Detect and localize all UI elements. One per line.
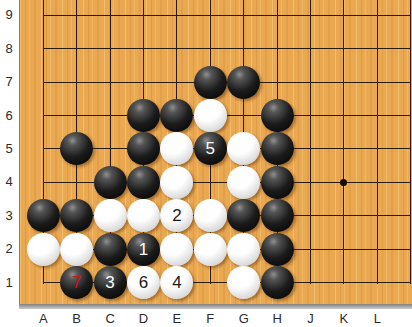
stone-black-F5[interactable]: 5 (194, 132, 227, 165)
stone-white-D1[interactable]: 6 (127, 266, 160, 299)
stone-white-E2[interactable] (160, 233, 193, 266)
stone-black-B3[interactable] (60, 199, 93, 232)
move-number-1: 1 (127, 233, 160, 266)
stone-black-D5[interactable] (127, 132, 160, 165)
stone-black-E6[interactable] (160, 99, 193, 132)
stone-black-D4[interactable] (127, 166, 160, 199)
stone-black-C1[interactable]: 3 (94, 266, 127, 299)
move-number-6: 6 (127, 266, 160, 299)
stone-black-G3[interactable] (227, 199, 260, 232)
stone-white-C3[interactable] (94, 199, 127, 232)
stone-black-G7[interactable] (227, 66, 260, 99)
stone-black-H3[interactable] (261, 199, 294, 232)
stone-white-E1[interactable]: 4 (160, 266, 193, 299)
stone-black-B5[interactable] (60, 132, 93, 165)
move-number-5: 5 (194, 132, 227, 165)
stone-black-H5[interactable] (261, 132, 294, 165)
move-number-2: 2 (160, 199, 193, 232)
stone-black-C4[interactable] (94, 166, 127, 199)
stone-white-D3[interactable] (127, 199, 160, 232)
stone-white-B2[interactable] (60, 233, 93, 266)
stone-black-D2[interactable]: 1 (127, 233, 160, 266)
stone-white-E5[interactable] (160, 132, 193, 165)
stone-black-C2[interactable] (94, 233, 127, 266)
stone-white-E3[interactable]: 2 (160, 199, 193, 232)
stone-white-G5[interactable] (227, 132, 260, 165)
stone-white-G1[interactable] (227, 266, 260, 299)
stone-white-F3[interactable] (194, 199, 227, 232)
move-number-7: 7 (60, 266, 93, 299)
stone-black-A3[interactable] (27, 199, 60, 232)
go-diagram: 987654321ABCDEFGHJKL 5217364 (0, 0, 412, 327)
stone-black-B1[interactable]: 7 (60, 266, 93, 299)
stone-white-F6[interactable] (194, 99, 227, 132)
stone-black-F7[interactable] (194, 66, 227, 99)
move-number-3: 3 (94, 266, 127, 299)
stone-black-H1[interactable] (261, 266, 294, 299)
stone-black-H6[interactable] (261, 99, 294, 132)
stone-white-G2[interactable] (227, 233, 260, 266)
stones-layer: 5217364 (0, 0, 412, 327)
stone-black-D6[interactable] (127, 99, 160, 132)
stone-black-H2[interactable] (261, 233, 294, 266)
stone-black-H4[interactable] (261, 166, 294, 199)
stone-white-G4[interactable] (227, 166, 260, 199)
move-number-4: 4 (160, 266, 193, 299)
stone-white-E4[interactable] (160, 166, 193, 199)
stone-white-A2[interactable] (27, 233, 60, 266)
stone-white-F2[interactable] (194, 233, 227, 266)
